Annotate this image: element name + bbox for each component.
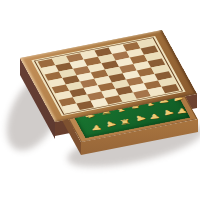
white-pawn-piece[interactable]: ♟ [102,120,118,129]
white-rook-piece[interactable]: ♜ [118,118,132,126]
white-pawn-piece[interactable]: ♟ [160,108,176,117]
white-pawn-piece[interactable]: ♟ [175,107,188,115]
chess-set-photo: ♟♟♜♝♟♜♞♜♝♛♝♟♟♟♟♜♟♟♟♟ [0,0,200,200]
white-pawn-piece[interactable]: ♟ [131,114,148,123]
white-pawn-piece[interactable]: ♟ [147,112,160,120]
white-pawn-piece[interactable]: ♟ [90,124,103,132]
